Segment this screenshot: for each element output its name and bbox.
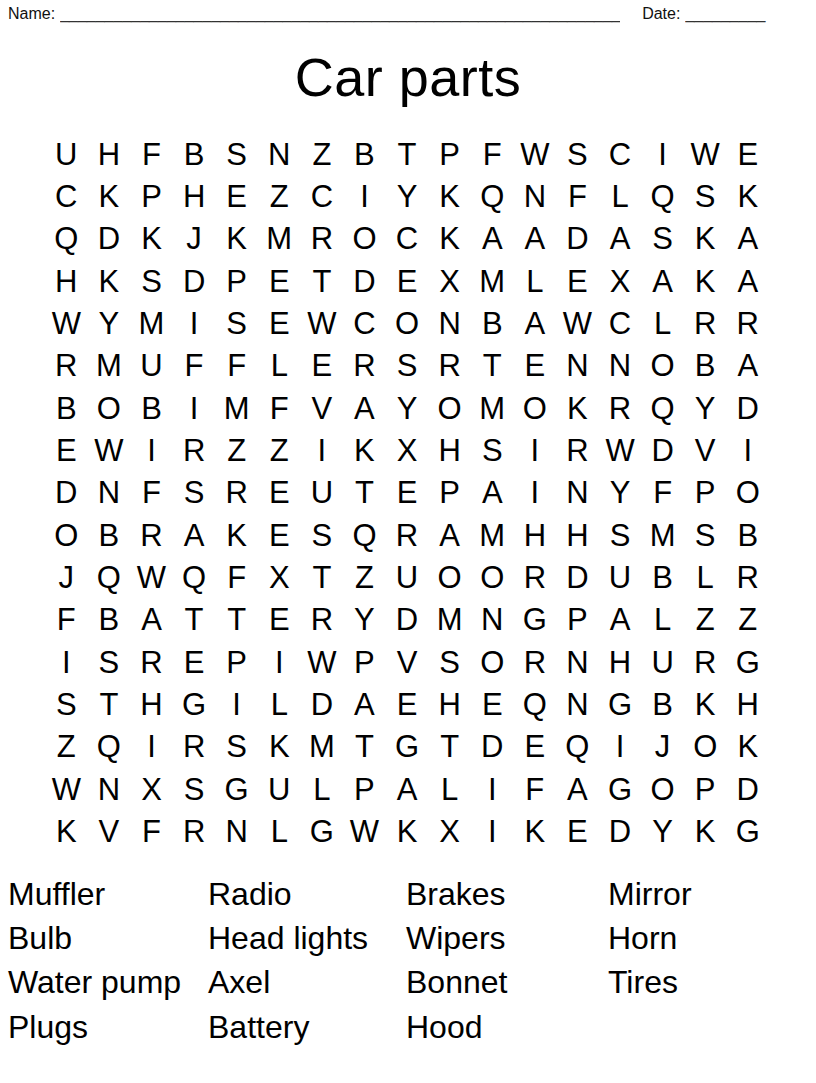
grid-cell-r15-c14[interactable]: I	[599, 726, 642, 768]
grid-cell-r3-c16[interactable]: K	[684, 218, 727, 260]
grid-cell-r4-c16[interactable]: K	[684, 260, 727, 302]
grid-cell-r6-c6[interactable]: L	[258, 345, 301, 387]
header: Name: __________________________________…	[8, 5, 808, 23]
grid-cell-r3-c11[interactable]: A	[471, 218, 514, 260]
grid-cell-r5-c16[interactable]: R	[684, 302, 727, 344]
grid-cell-r10-c1[interactable]: O	[45, 514, 88, 556]
grid-cell-r2-c12[interactable]: N	[514, 175, 557, 217]
grid-cell-r13-c11[interactable]: O	[471, 641, 514, 683]
grid-cell-r8-c7[interactable]: I	[301, 429, 344, 471]
grid-cell-r14-c10[interactable]: H	[428, 683, 471, 725]
grid-cell-r10-c12[interactable]: H	[514, 514, 557, 556]
grid-cell-r6-c5[interactable]: F	[215, 345, 258, 387]
grid-cell-r1-c13[interactable]: S	[556, 133, 599, 175]
grid-cell-r16-c10[interactable]: L	[428, 768, 471, 810]
grid-cell-r15-c5[interactable]: S	[215, 726, 258, 768]
grid-cell-r15-c7[interactable]: M	[301, 726, 344, 768]
grid-cell-r14-c9[interactable]: E	[386, 683, 429, 725]
grid-cell-r5-c13[interactable]: W	[556, 302, 599, 344]
grid-cell-r15-c4[interactable]: R	[173, 726, 216, 768]
grid-cell-r14-c17[interactable]: H	[727, 683, 770, 725]
grid-cell-r3-c7[interactable]: R	[301, 218, 344, 260]
grid-cell-r8-c10[interactable]: H	[428, 429, 471, 471]
grid-cell-r15-c17[interactable]: K	[727, 726, 770, 768]
grid-cell-r6-c14[interactable]: N	[599, 345, 642, 387]
word-list-item-muffler: Muffler	[8, 876, 208, 913]
grid-cell-r2-c14[interactable]: L	[599, 175, 642, 217]
name-blank-line: ________________________________________…	[60, 5, 620, 23]
grid-cell-r7-c5[interactable]: M	[215, 387, 258, 429]
grid-cell-r4-c10[interactable]: X	[428, 260, 471, 302]
grid-cell-r8-c14[interactable]: W	[599, 429, 642, 471]
grid-cell-r3-c14[interactable]: A	[599, 218, 642, 260]
grid-cell-r14-c4[interactable]: G	[173, 683, 216, 725]
grid-cell-r15-c3[interactable]: I	[130, 726, 173, 768]
grid-cell-r12-c9[interactable]: D	[386, 599, 429, 641]
grid-cell-r14-c15[interactable]: B	[641, 683, 684, 725]
grid-cell-r5-c6[interactable]: E	[258, 302, 301, 344]
grid-cell-r2-c2[interactable]: K	[88, 175, 131, 217]
grid-cell-r3-c13[interactable]: D	[556, 218, 599, 260]
grid-cell-r16-c9[interactable]: A	[386, 768, 429, 810]
grid-cell-r10-c7[interactable]: S	[301, 514, 344, 556]
grid-cell-r6-c16[interactable]: B	[684, 345, 727, 387]
grid-cell-r7-c4[interactable]: I	[173, 387, 216, 429]
grid-cell-r5-c1[interactable]: W	[45, 302, 88, 344]
grid-cell-r17-c16[interactable]: K	[684, 811, 727, 853]
grid-cell-r15-c10[interactable]: T	[428, 726, 471, 768]
grid-cell-r6-c4[interactable]: F	[173, 345, 216, 387]
grid-cell-r9-c7[interactable]: U	[301, 472, 344, 514]
grid-cell-r8-c15[interactable]: D	[641, 429, 684, 471]
grid-cell-r3-c1[interactable]: Q	[45, 218, 88, 260]
grid-cell-r1-c16[interactable]: W	[684, 133, 727, 175]
grid-cell-r15-c13[interactable]: Q	[556, 726, 599, 768]
grid-cell-r15-c16[interactable]: O	[684, 726, 727, 768]
grid-cell-r6-c8[interactable]: R	[343, 345, 386, 387]
grid-cell-r10-c8[interactable]: Q	[343, 514, 386, 556]
grid-cell-r17-c14[interactable]: D	[599, 811, 642, 853]
grid-cell-r8-c2[interactable]: W	[88, 429, 131, 471]
grid-cell-r8-c3[interactable]: I	[130, 429, 173, 471]
grid-cell-r1-c3[interactable]: F	[130, 133, 173, 175]
grid-cell-r4-c17[interactable]: A	[727, 260, 770, 302]
grid-cell-r14-c7[interactable]: D	[301, 683, 344, 725]
word-list-item-bulb: Bulb	[8, 920, 208, 957]
word-list-item-mirror: Mirror	[608, 876, 808, 913]
grid-cell-r5-c5[interactable]: S	[215, 302, 258, 344]
grid-cell-r6-c3[interactable]: U	[130, 345, 173, 387]
grid-cell-r7-c9[interactable]: Y	[386, 387, 429, 429]
grid-cell-r12-c10[interactable]: M	[428, 599, 471, 641]
grid-cell-r9-c10[interactable]: P	[428, 472, 471, 514]
grid-cell-r12-c15[interactable]: L	[641, 599, 684, 641]
grid-cell-r14-c16[interactable]: K	[684, 683, 727, 725]
grid-cell-r8-c8[interactable]: K	[343, 429, 386, 471]
grid-cell-r3-c2[interactable]: D	[88, 218, 131, 260]
grid-cell-r16-c5[interactable]: G	[215, 768, 258, 810]
grid-cell-r10-c17[interactable]: B	[727, 514, 770, 556]
grid-cell-r1-c6[interactable]: N	[258, 133, 301, 175]
grid-cell-r2-c3[interactable]: P	[130, 175, 173, 217]
grid-cell-r12-c6[interactable]: E	[258, 599, 301, 641]
grid-cell-r11-c10[interactable]: O	[428, 556, 471, 598]
grid-cell-r5-c10[interactable]: N	[428, 302, 471, 344]
grid-cell-r2-c16[interactable]: S	[684, 175, 727, 217]
grid-cell-r14-c11[interactable]: E	[471, 683, 514, 725]
grid-cell-r16-c17[interactable]: D	[727, 768, 770, 810]
grid-cell-r17-c9[interactable]: K	[386, 811, 429, 853]
grid-cell-r17-c13[interactable]: E	[556, 811, 599, 853]
grid-cell-r8-c11[interactable]: S	[471, 429, 514, 471]
word-list-item-water-pump: Water pump	[8, 964, 208, 1001]
grid-cell-r1-c7[interactable]: Z	[301, 133, 344, 175]
grid-cell-r10-c11[interactable]: M	[471, 514, 514, 556]
grid-cell-r9-c11[interactable]: A	[471, 472, 514, 514]
grid-cell-r3-c9[interactable]: C	[386, 218, 429, 260]
name-label: Name:	[8, 5, 55, 23]
grid-cell-r9-c15[interactable]: F	[641, 472, 684, 514]
grid-cell-r11-c16[interactable]: L	[684, 556, 727, 598]
grid-cell-r10-c14[interactable]: S	[599, 514, 642, 556]
grid-cell-r12-c7[interactable]: R	[301, 599, 344, 641]
grid-cell-r3-c17[interactable]: A	[727, 218, 770, 260]
grid-cell-r10-c2[interactable]: B	[88, 514, 131, 556]
grid-cell-r7-c3[interactable]: B	[130, 387, 173, 429]
grid-cell-r6-c17[interactable]: A	[727, 345, 770, 387]
grid-cell-r15-c1[interactable]: Z	[45, 726, 88, 768]
grid-cell-r7-c6[interactable]: F	[258, 387, 301, 429]
grid-cell-r7-c13[interactable]: K	[556, 387, 599, 429]
grid-cell-r4-c15[interactable]: A	[641, 260, 684, 302]
grid-cell-r4-c2[interactable]: K	[88, 260, 131, 302]
grid-cell-r16-c15[interactable]: O	[641, 768, 684, 810]
grid-cell-r7-c10[interactable]: O	[428, 387, 471, 429]
grid-cell-r4-c11[interactable]: M	[471, 260, 514, 302]
grid-cell-r8-c12[interactable]: I	[514, 429, 557, 471]
grid-cell-r12-c2[interactable]: B	[88, 599, 131, 641]
grid-cell-r1-c2[interactable]: H	[88, 133, 131, 175]
word-list-item-wipers: Wipers	[406, 920, 608, 957]
grid-cell-r4-c8[interactable]: D	[343, 260, 386, 302]
grid-cell-r11-c1[interactable]: J	[45, 556, 88, 598]
grid-cell-r4-c14[interactable]: X	[599, 260, 642, 302]
grid-cell-r17-c8[interactable]: W	[343, 811, 386, 853]
grid-cell-r7-c1[interactable]: B	[45, 387, 88, 429]
grid-cell-r3-c15[interactable]: S	[641, 218, 684, 260]
word-list: MufflerRadioBrakesMirrorBulbHead lightsW…	[8, 872, 808, 1050]
grid-cell-r16-c3[interactable]: X	[130, 768, 173, 810]
grid-cell-r10-c4[interactable]: A	[173, 514, 216, 556]
grid-cell-r3-c10[interactable]: K	[428, 218, 471, 260]
grid-cell-r13-c7[interactable]: W	[301, 641, 344, 683]
grid-cell-r4-c4[interactable]: D	[173, 260, 216, 302]
grid-cell-r5-c8[interactable]: C	[343, 302, 386, 344]
grid-cell-r15-c12[interactable]: E	[514, 726, 557, 768]
grid-cell-r7-c7[interactable]: V	[301, 387, 344, 429]
grid-cell-r6-c12[interactable]: E	[514, 345, 557, 387]
grid-cell-r17-c17[interactable]: G	[727, 811, 770, 853]
grid-cell-r16-c14[interactable]: G	[599, 768, 642, 810]
grid-cell-r2-c7[interactable]: C	[301, 175, 344, 217]
grid-cell-r12-c1[interactable]: F	[45, 599, 88, 641]
grid-cell-r11-c5[interactable]: F	[215, 556, 258, 598]
grid-cell-r16-c16[interactable]: P	[684, 768, 727, 810]
grid-cell-r13-c5[interactable]: P	[215, 641, 258, 683]
grid-cell-r1-c5[interactable]: S	[215, 133, 258, 175]
grid-cell-r17-c5[interactable]: N	[215, 811, 258, 853]
grid-cell-r17-c3[interactable]: F	[130, 811, 173, 853]
grid-cell-r16-c12[interactable]: F	[514, 768, 557, 810]
grid-cell-r13-c12[interactable]: R	[514, 641, 557, 683]
grid-cell-r13-c13[interactable]: N	[556, 641, 599, 683]
grid-cell-r9-c13[interactable]: N	[556, 472, 599, 514]
grid-cell-r13-c6[interactable]: I	[258, 641, 301, 683]
grid-cell-r17-c4[interactable]: R	[173, 811, 216, 853]
grid-cell-r2-c9[interactable]: Y	[386, 175, 429, 217]
grid-cell-r12-c8[interactable]: Y	[343, 599, 386, 641]
grid-cell-r10-c16[interactable]: S	[684, 514, 727, 556]
grid-cell-r14-c8[interactable]: A	[343, 683, 386, 725]
grid-cell-r17-c7[interactable]: G	[301, 811, 344, 853]
grid-cell-r10-c13[interactable]: H	[556, 514, 599, 556]
grid-cell-r5-c3[interactable]: M	[130, 302, 173, 344]
grid-cell-r14-c5[interactable]: I	[215, 683, 258, 725]
grid-cell-r16-c2[interactable]: N	[88, 768, 131, 810]
grid-cell-r15-c9[interactable]: G	[386, 726, 429, 768]
grid-cell-r16-c4[interactable]: S	[173, 768, 216, 810]
grid-cell-r13-c9[interactable]: V	[386, 641, 429, 683]
grid-cell-r15-c11[interactable]: D	[471, 726, 514, 768]
grid-cell-r12-c13[interactable]: P	[556, 599, 599, 641]
grid-cell-r9-c6[interactable]: E	[258, 472, 301, 514]
grid-cell-r4-c9[interactable]: E	[386, 260, 429, 302]
grid-cell-r5-c9[interactable]: O	[386, 302, 429, 344]
grid-cell-r17-c10[interactable]: X	[428, 811, 471, 853]
grid-cell-r3-c6[interactable]: M	[258, 218, 301, 260]
grid-cell-r8-c9[interactable]: X	[386, 429, 429, 471]
grid-cell-r2-c6[interactable]: Z	[258, 175, 301, 217]
grid-cell-r11-c15[interactable]: B	[641, 556, 684, 598]
grid-cell-r9-c1[interactable]: D	[45, 472, 88, 514]
grid-cell-r10-c9[interactable]: R	[386, 514, 429, 556]
grid-cell-r7-c11[interactable]: M	[471, 387, 514, 429]
grid-cell-r2-c11[interactable]: Q	[471, 175, 514, 217]
grid-cell-r8-c17[interactable]: I	[727, 429, 770, 471]
grid-cell-r13-c3[interactable]: R	[130, 641, 173, 683]
grid-cell-r1-c1[interactable]: U	[45, 133, 88, 175]
grid-cell-r9-c12[interactable]: I	[514, 472, 557, 514]
grid-cell-r16-c13[interactable]: A	[556, 768, 599, 810]
grid-cell-r9-c2[interactable]: N	[88, 472, 131, 514]
grid-cell-r1-c10[interactable]: P	[428, 133, 471, 175]
grid-cell-r12-c11[interactable]: N	[471, 599, 514, 641]
grid-cell-r4-c1[interactable]: H	[45, 260, 88, 302]
grid-cell-r14-c14[interactable]: G	[599, 683, 642, 725]
grid-cell-r6-c10[interactable]: R	[428, 345, 471, 387]
grid-cell-r11-c17[interactable]: R	[727, 556, 770, 598]
grid-cell-r5-c17[interactable]: R	[727, 302, 770, 344]
grid-cell-r1-c15[interactable]: I	[641, 133, 684, 175]
grid-cell-r6-c1[interactable]: R	[45, 345, 88, 387]
grid-cell-r14-c13[interactable]: N	[556, 683, 599, 725]
grid-cell-r4-c5[interactable]: P	[215, 260, 258, 302]
grid-cell-r2-c15[interactable]: Q	[641, 175, 684, 217]
grid-cell-r11-c3[interactable]: W	[130, 556, 173, 598]
grid-cell-r5-c7[interactable]: W	[301, 302, 344, 344]
grid-cell-r11-c9[interactable]: U	[386, 556, 429, 598]
grid-cell-r4-c7[interactable]: T	[301, 260, 344, 302]
grid-cell-r11-c7[interactable]: T	[301, 556, 344, 598]
grid-cell-r13-c4[interactable]: E	[173, 641, 216, 683]
grid-cell-r1-c4[interactable]: B	[173, 133, 216, 175]
grid-cell-r4-c13[interactable]: E	[556, 260, 599, 302]
grid-cell-r1-c17[interactable]: E	[727, 133, 770, 175]
grid-cell-r12-c5[interactable]: T	[215, 599, 258, 641]
grid-cell-r14-c6[interactable]: L	[258, 683, 301, 725]
grid-cell-r16-c8[interactable]: P	[343, 768, 386, 810]
grid-cell-r1-c14[interactable]: C	[599, 133, 642, 175]
grid-cell-r3-c8[interactable]: O	[343, 218, 386, 260]
grid-cell-r8-c13[interactable]: R	[556, 429, 599, 471]
grid-cell-r11-c12[interactable]: R	[514, 556, 557, 598]
grid-cell-r2-c13[interactable]: F	[556, 175, 599, 217]
grid-cell-r7-c12[interactable]: O	[514, 387, 557, 429]
grid-cell-r14-c12[interactable]: Q	[514, 683, 557, 725]
grid-cell-r2-c17[interactable]: K	[727, 175, 770, 217]
grid-cell-r5-c12[interactable]: A	[514, 302, 557, 344]
grid-cell-r6-c11[interactable]: T	[471, 345, 514, 387]
grid-cell-r8-c5[interactable]: Z	[215, 429, 258, 471]
grid-cell-r4-c12[interactable]: L	[514, 260, 557, 302]
grid-cell-r11-c11[interactable]: O	[471, 556, 514, 598]
grid-cell-r3-c4[interactable]: J	[173, 218, 216, 260]
grid-cell-r12-c4[interactable]: T	[173, 599, 216, 641]
grid-cell-r1-c11[interactable]: F	[471, 133, 514, 175]
grid-cell-r2-c4[interactable]: H	[173, 175, 216, 217]
grid-cell-r9-c16[interactable]: P	[684, 472, 727, 514]
grid-cell-r3-c12[interactable]: A	[514, 218, 557, 260]
grid-cell-r5-c15[interactable]: L	[641, 302, 684, 344]
grid-cell-r11-c14[interactable]: U	[599, 556, 642, 598]
grid-cell-r9-c8[interactable]: T	[343, 472, 386, 514]
word-list-item-brakes: Brakes	[406, 876, 608, 913]
grid-cell-r12-c3[interactable]: A	[130, 599, 173, 641]
grid-cell-r13-c8[interactable]: P	[343, 641, 386, 683]
grid-cell-r9-c4[interactable]: S	[173, 472, 216, 514]
grid-cell-r13-c16[interactable]: R	[684, 641, 727, 683]
grid-cell-r7-c16[interactable]: Y	[684, 387, 727, 429]
grid-cell-r13-c10[interactable]: S	[428, 641, 471, 683]
grid-cell-r17-c6[interactable]: L	[258, 811, 301, 853]
grid-cell-r17-c1[interactable]: K	[45, 811, 88, 853]
grid-cell-r4-c3[interactable]: S	[130, 260, 173, 302]
grid-cell-r14-c1[interactable]: S	[45, 683, 88, 725]
grid-cell-r13-c17[interactable]: G	[727, 641, 770, 683]
grid-cell-r8-c1[interactable]: E	[45, 429, 88, 471]
grid-cell-r2-c8[interactable]: I	[343, 175, 386, 217]
grid-cell-r15-c15[interactable]: J	[641, 726, 684, 768]
grid-cell-r5-c14[interactable]: C	[599, 302, 642, 344]
grid-cell-r17-c15[interactable]: Y	[641, 811, 684, 853]
grid-cell-r10-c5[interactable]: K	[215, 514, 258, 556]
grid-cell-r16-c7[interactable]: L	[301, 768, 344, 810]
grid-cell-r17-c2[interactable]: V	[88, 811, 131, 853]
grid-cell-r7-c14[interactable]: R	[599, 387, 642, 429]
grid-cell-r11-c4[interactable]: Q	[173, 556, 216, 598]
grid-cell-r11-c13[interactable]: D	[556, 556, 599, 598]
grid-cell-r9-c14[interactable]: Y	[599, 472, 642, 514]
grid-cell-r10-c10[interactable]: A	[428, 514, 471, 556]
grid-cell-r9-c9[interactable]: E	[386, 472, 429, 514]
grid-cell-r16-c11[interactable]: I	[471, 768, 514, 810]
grid-cell-r15-c6[interactable]: K	[258, 726, 301, 768]
grid-cell-r1-c12[interactable]: W	[514, 133, 557, 175]
grid-cell-r7-c8[interactable]: A	[343, 387, 386, 429]
grid-cell-r13-c14[interactable]: H	[599, 641, 642, 683]
grid-cell-r9-c3[interactable]: F	[130, 472, 173, 514]
grid-cell-r7-c17[interactable]: D	[727, 387, 770, 429]
grid-cell-r8-c6[interactable]: Z	[258, 429, 301, 471]
grid-cell-r3-c3[interactable]: K	[130, 218, 173, 260]
grid-cell-r12-c17[interactable]: Z	[727, 599, 770, 641]
grid-cell-r6-c2[interactable]: M	[88, 345, 131, 387]
grid-cell-r16-c1[interactable]: W	[45, 768, 88, 810]
grid-cell-r10-c3[interactable]: R	[130, 514, 173, 556]
grid-cell-r13-c2[interactable]: S	[88, 641, 131, 683]
grid-cell-r2-c10[interactable]: K	[428, 175, 471, 217]
grid-cell-r3-c5[interactable]: K	[215, 218, 258, 260]
grid-cell-r10-c6[interactable]: E	[258, 514, 301, 556]
grid-cell-r4-c6[interactable]: E	[258, 260, 301, 302]
grid-cell-r6-c15[interactable]: O	[641, 345, 684, 387]
grid-cell-r8-c16[interactable]: V	[684, 429, 727, 471]
grid-cell-r10-c15[interactable]: M	[641, 514, 684, 556]
grid-cell-r8-c4[interactable]: R	[173, 429, 216, 471]
grid-cell-r13-c15[interactable]: U	[641, 641, 684, 683]
grid-cell-r14-c2[interactable]: T	[88, 683, 131, 725]
grid-cell-r5-c11[interactable]: B	[471, 302, 514, 344]
grid-cell-r7-c15[interactable]: Q	[641, 387, 684, 429]
grid-cell-r9-c5[interactable]: R	[215, 472, 258, 514]
grid-cell-r6-c9[interactable]: S	[386, 345, 429, 387]
word-list-item-tires: Tires	[608, 964, 808, 1001]
grid-cell-r2-c1[interactable]: C	[45, 175, 88, 217]
grid-cell-r7-c2[interactable]: O	[88, 387, 131, 429]
grid-cell-r17-c12[interactable]: K	[514, 811, 557, 853]
grid-cell-r9-c17[interactable]: O	[727, 472, 770, 514]
grid-cell-r11-c2[interactable]: Q	[88, 556, 131, 598]
grid-cell-r1-c9[interactable]: T	[386, 133, 429, 175]
grid-cell-r12-c16[interactable]: Z	[684, 599, 727, 641]
grid-cell-r1-c8[interactable]: B	[343, 133, 386, 175]
grid-cell-r17-c11[interactable]: I	[471, 811, 514, 853]
grid-cell-r14-c3[interactable]: H	[130, 683, 173, 725]
grid-cell-r6-c13[interactable]: N	[556, 345, 599, 387]
grid-cell-r13-c1[interactable]: I	[45, 641, 88, 683]
grid-cell-r16-c6[interactable]: U	[258, 768, 301, 810]
grid-cell-r12-c12[interactable]: G	[514, 599, 557, 641]
grid-cell-r11-c6[interactable]: X	[258, 556, 301, 598]
grid-cell-r5-c4[interactable]: I	[173, 302, 216, 344]
grid-cell-r15-c2[interactable]: Q	[88, 726, 131, 768]
grid-cell-r6-c7[interactable]: E	[301, 345, 344, 387]
grid-cell-r2-c5[interactable]: E	[215, 175, 258, 217]
grid-cell-r11-c8[interactable]: Z	[343, 556, 386, 598]
grid-cell-r15-c8[interactable]: T	[343, 726, 386, 768]
grid-cell-r5-c2[interactable]: Y	[88, 302, 131, 344]
grid-cell-r12-c14[interactable]: A	[599, 599, 642, 641]
